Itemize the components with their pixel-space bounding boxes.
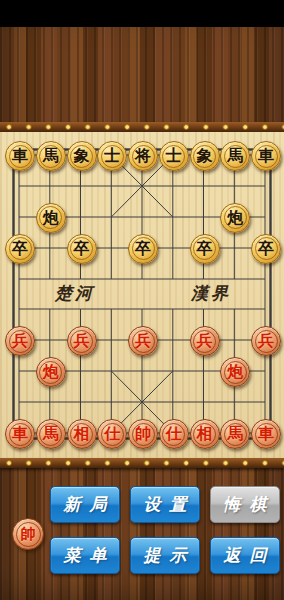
piece-black-馬[interactable]: 馬: [36, 141, 66, 171]
piece-black-象[interactable]: 象: [67, 141, 97, 171]
piece-char: 馬: [43, 148, 59, 164]
piece-char: 炮: [227, 210, 243, 226]
piece-char: 炮: [227, 364, 243, 380]
piece-char: 士: [104, 148, 120, 164]
stud-strip-top: [0, 122, 284, 132]
piece-black-車[interactable]: 車: [251, 141, 281, 171]
piece-char: 炮: [43, 210, 59, 226]
piece-black-将[interactable]: 将: [128, 141, 158, 171]
piece-black-卒[interactable]: 卒: [128, 234, 158, 264]
piece-char: 卒: [258, 241, 274, 257]
piece-char: 兵: [74, 333, 90, 349]
piece-char: 象: [74, 148, 90, 164]
piece-char: 士: [166, 148, 182, 164]
piece-red-車[interactable]: 車: [251, 419, 281, 449]
piece-red-馬[interactable]: 馬: [36, 419, 66, 449]
piece-char: 仕: [104, 426, 120, 442]
piece-char: 兵: [258, 333, 274, 349]
piece-char: 仕: [166, 426, 182, 442]
river-label-chu-he: 楚河: [40, 282, 110, 305]
piece-char: 卒: [12, 241, 28, 257]
back-button[interactable]: 返回: [210, 537, 280, 574]
piece-char: 馬: [227, 148, 243, 164]
piece-black-車[interactable]: 車: [5, 141, 35, 171]
piece-red-相[interactable]: 相: [190, 419, 220, 449]
piece-black-炮[interactable]: 炮: [220, 203, 250, 233]
piece-black-卒[interactable]: 卒: [67, 234, 97, 264]
piece-char: 将: [135, 148, 151, 164]
piece-black-卒[interactable]: 卒: [5, 234, 35, 264]
stud-strip-bottom: [0, 458, 284, 468]
piece-char: 車: [12, 148, 28, 164]
piece-char: 炮: [43, 364, 59, 380]
piece-char: 相: [74, 426, 90, 442]
xiangqi-app: 楚河 漢界 車馬象士将士象馬車炮炮卒卒卒卒卒兵兵兵兵兵炮炮車馬相仕帥仕相馬車 帥…: [0, 0, 284, 600]
menu-button[interactable]: 菜单: [50, 537, 120, 574]
piece-char: 卒: [74, 241, 90, 257]
piece-red-帥[interactable]: 帥: [128, 419, 158, 449]
piece-char: 象: [197, 148, 213, 164]
piece-red-炮[interactable]: 炮: [36, 357, 66, 387]
piece-char: 兵: [197, 333, 213, 349]
piece-char: 兵: [135, 333, 151, 349]
piece-char: 相: [197, 426, 213, 442]
new-game-button[interactable]: 新局: [50, 486, 120, 523]
turn-indicator-red-general: 帥: [12, 518, 44, 550]
settings-button[interactable]: 设置: [130, 486, 200, 523]
piece-black-卒[interactable]: 卒: [190, 234, 220, 264]
piece-red-車[interactable]: 車: [5, 419, 35, 449]
piece-red-相[interactable]: 相: [67, 419, 97, 449]
piece-char: 車: [12, 426, 28, 442]
piece-black-炮[interactable]: 炮: [36, 203, 66, 233]
piece-char: 卒: [135, 241, 151, 257]
piece-black-卒[interactable]: 卒: [251, 234, 281, 264]
piece-black-士[interactable]: 士: [159, 141, 189, 171]
xiangqi-board: 楚河 漢界 車馬象士将士象馬車炮炮卒卒卒卒卒兵兵兵兵兵炮炮車馬相仕帥仕相馬車: [0, 132, 284, 458]
turn-indicator-char: 帥: [21, 527, 36, 542]
undo-move-button[interactable]: 悔棋: [210, 486, 280, 523]
hint-button[interactable]: 提示: [130, 537, 200, 574]
river-label-han-jie: 漢界: [176, 282, 246, 305]
piece-char: 兵: [12, 333, 28, 349]
piece-red-兵[interactable]: 兵: [190, 326, 220, 356]
piece-char: 卒: [197, 241, 213, 257]
piece-char: 車: [258, 148, 274, 164]
piece-char: 馬: [227, 426, 243, 442]
piece-red-兵[interactable]: 兵: [67, 326, 97, 356]
piece-black-象[interactable]: 象: [190, 141, 220, 171]
piece-char: 馬: [43, 426, 59, 442]
piece-char: 車: [258, 426, 274, 442]
piece-char: 帥: [135, 426, 151, 442]
piece-red-仕[interactable]: 仕: [159, 419, 189, 449]
status-bar: [0, 0, 284, 27]
